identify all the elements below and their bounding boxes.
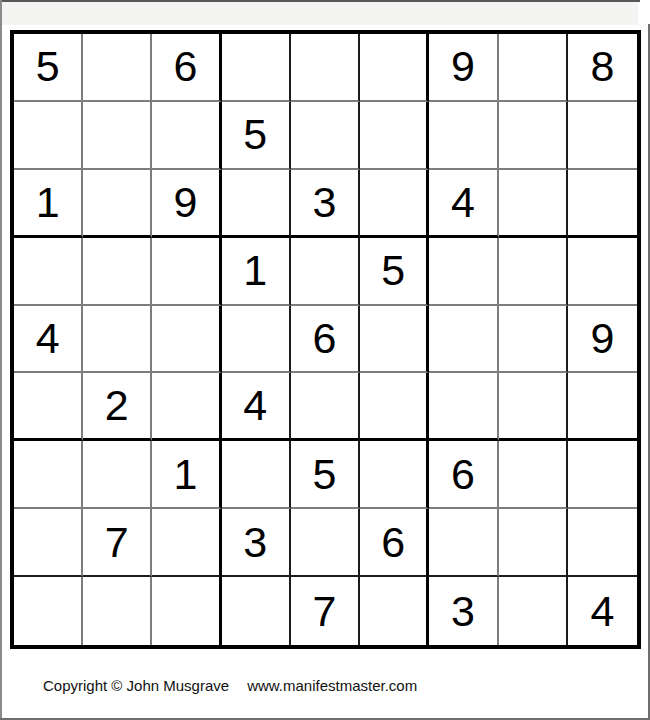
cell-r7c6 [360,441,429,509]
cell-r9c6 [360,577,429,645]
cell-r7c2 [83,441,152,509]
cell-r8c9 [568,509,637,577]
cell-r9c2 [83,577,152,645]
cell-r5c8 [499,306,568,374]
cell-r4c4: 1 [222,238,291,306]
cell-r9c8 [499,577,568,645]
page: 5698519341546924156736734 Copyright © Jo… [0,0,650,720]
sudoku-board: 5698519341546924156736734 [10,30,641,649]
cell-r3c3: 9 [152,170,221,238]
cell-r3c8 [499,170,568,238]
cell-r1c3: 6 [152,34,221,102]
cell-r3c6 [360,170,429,238]
cell-r8c6: 6 [360,509,429,577]
cell-r6c3 [152,373,221,441]
cell-r9c5: 7 [291,577,360,645]
cell-r3c5: 3 [291,170,360,238]
cell-r7c8 [499,441,568,509]
cell-r4c1 [14,238,83,306]
cell-r9c7: 3 [429,577,498,645]
cell-r5c4 [222,306,291,374]
cell-r6c5 [291,373,360,441]
footer: Copyright © John Musgrave www.manifestma… [43,677,417,694]
cell-r3c4 [222,170,291,238]
page-border-left [0,0,2,720]
cell-r2c3 [152,102,221,170]
cell-r6c8 [499,373,568,441]
cell-r2c7 [429,102,498,170]
cell-r7c1 [14,441,83,509]
cell-r9c3 [152,577,221,645]
cell-r8c5 [291,509,360,577]
cell-r2c6 [360,102,429,170]
cell-r4c5 [291,238,360,306]
cell-r5c9: 9 [568,306,637,374]
cell-r4c3 [152,238,221,306]
cell-r8c1 [14,509,83,577]
cell-r6c7 [429,373,498,441]
cell-r5c7 [429,306,498,374]
cell-r3c2 [83,170,152,238]
cell-r7c7: 6 [429,441,498,509]
cell-r2c5 [291,102,360,170]
cell-r2c4: 5 [222,102,291,170]
cell-r2c9 [568,102,637,170]
copyright-text: Copyright © John Musgrave [43,677,229,694]
cell-r6c1 [14,373,83,441]
cell-r9c9: 4 [568,577,637,645]
cell-r5c2 [83,306,152,374]
cell-r4c9 [568,238,637,306]
cell-r4c8 [499,238,568,306]
website-url: www.manifestmaster.com [247,677,417,694]
cell-r3c9 [568,170,637,238]
cell-r3c7: 4 [429,170,498,238]
cell-r7c5: 5 [291,441,360,509]
cell-r4c6: 5 [360,238,429,306]
cell-r5c1: 4 [14,306,83,374]
cell-r8c2: 7 [83,509,152,577]
cell-r8c7 [429,509,498,577]
cell-r2c8 [499,102,568,170]
cell-r7c4 [222,441,291,509]
cell-r5c3 [152,306,221,374]
cell-r1c9: 8 [568,34,637,102]
cell-r6c9 [568,373,637,441]
cell-r6c2: 2 [83,373,152,441]
cell-r4c7 [429,238,498,306]
cell-r7c3: 1 [152,441,221,509]
cell-r1c6 [360,34,429,102]
cell-r1c2 [83,34,152,102]
cell-r6c4: 4 [222,373,291,441]
cell-r3c1: 1 [14,170,83,238]
cell-r2c1 [14,102,83,170]
cell-r1c4 [222,34,291,102]
cell-r1c7: 9 [429,34,498,102]
cell-r2c2 [83,102,152,170]
cell-r5c5: 6 [291,306,360,374]
cell-r9c1 [14,577,83,645]
cell-r4c2 [83,238,152,306]
cell-r6c6 [360,373,429,441]
cell-r1c5 [291,34,360,102]
header-band [2,2,638,25]
cell-r9c4 [222,577,291,645]
cell-r7c9 [568,441,637,509]
cell-r1c8 [499,34,568,102]
cell-r8c3 [152,509,221,577]
cell-r5c6 [360,306,429,374]
cell-r1c1: 5 [14,34,83,102]
cell-r8c8 [499,509,568,577]
cell-r8c4: 3 [222,509,291,577]
